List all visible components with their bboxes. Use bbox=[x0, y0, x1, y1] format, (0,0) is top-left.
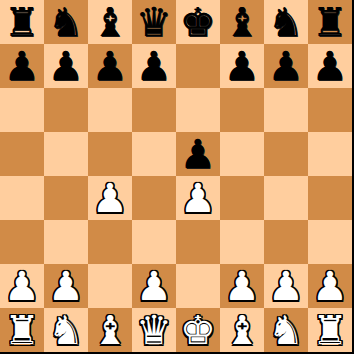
piece-white-pawn-g2: ♟ bbox=[268, 264, 304, 308]
square-f3[interactable] bbox=[220, 220, 264, 264]
square-d7[interactable]: ♟ bbox=[132, 44, 176, 88]
square-f5[interactable] bbox=[220, 132, 264, 176]
square-c1[interactable]: ♝ bbox=[88, 308, 132, 352]
piece-white-pawn-d2: ♟ bbox=[136, 264, 172, 308]
piece-black-pawn-h7: ♟ bbox=[312, 44, 348, 88]
square-f6[interactable] bbox=[220, 88, 264, 132]
square-h4[interactable] bbox=[308, 176, 352, 220]
square-d2[interactable]: ♟ bbox=[132, 264, 176, 308]
piece-white-rook-h1: ♜ bbox=[312, 308, 348, 352]
square-d8[interactable]: ♛ bbox=[132, 0, 176, 44]
piece-white-rook-a1: ♜ bbox=[4, 308, 40, 352]
square-f1[interactable]: ♝ bbox=[220, 308, 264, 352]
square-g6[interactable] bbox=[264, 88, 308, 132]
square-a8[interactable]: ♜ bbox=[0, 0, 44, 44]
square-g4[interactable] bbox=[264, 176, 308, 220]
square-b2[interactable]: ♟ bbox=[44, 264, 88, 308]
square-f4[interactable] bbox=[220, 176, 264, 220]
square-h3[interactable] bbox=[308, 220, 352, 264]
chess-board-frame: ♜♞♝♛♚♝♞♜♟♟♟♟♟♟♟♟♟♟♟♟♟♟♟♟♜♞♝♛♚♝♞♜ bbox=[0, 0, 354, 354]
square-h6[interactable] bbox=[308, 88, 352, 132]
square-f8[interactable]: ♝ bbox=[220, 0, 264, 44]
square-c7[interactable]: ♟ bbox=[88, 44, 132, 88]
square-d5[interactable] bbox=[132, 132, 176, 176]
piece-black-pawn-b7: ♟ bbox=[48, 44, 84, 88]
square-c8[interactable]: ♝ bbox=[88, 0, 132, 44]
square-g7[interactable]: ♟ bbox=[264, 44, 308, 88]
piece-white-knight-b1: ♞ bbox=[48, 308, 84, 352]
piece-white-pawn-f2: ♟ bbox=[224, 264, 260, 308]
piece-white-pawn-h2: ♟ bbox=[312, 264, 348, 308]
piece-black-pawn-f7: ♟ bbox=[224, 44, 260, 88]
square-h1[interactable]: ♜ bbox=[308, 308, 352, 352]
piece-black-rook-h8: ♜ bbox=[312, 0, 348, 44]
square-a7[interactable]: ♟ bbox=[0, 44, 44, 88]
square-e4[interactable]: ♟ bbox=[176, 176, 220, 220]
square-g8[interactable]: ♞ bbox=[264, 0, 308, 44]
piece-white-bishop-c1: ♝ bbox=[92, 308, 128, 352]
square-e3[interactable] bbox=[176, 220, 220, 264]
piece-black-knight-g8: ♞ bbox=[268, 0, 304, 44]
square-a6[interactable] bbox=[0, 88, 44, 132]
piece-white-knight-g1: ♞ bbox=[268, 308, 304, 352]
square-a5[interactable] bbox=[0, 132, 44, 176]
square-e7[interactable] bbox=[176, 44, 220, 88]
piece-black-bishop-f8: ♝ bbox=[224, 0, 260, 44]
square-h7[interactable]: ♟ bbox=[308, 44, 352, 88]
chess-board: ♜♞♝♛♚♝♞♜♟♟♟♟♟♟♟♟♟♟♟♟♟♟♟♟♜♞♝♛♚♝♞♜ bbox=[0, 0, 352, 352]
square-h8[interactable]: ♜ bbox=[308, 0, 352, 44]
square-a2[interactable]: ♟ bbox=[0, 264, 44, 308]
square-c3[interactable] bbox=[88, 220, 132, 264]
piece-black-queen-d8: ♛ bbox=[136, 0, 172, 44]
square-c4[interactable]: ♟ bbox=[88, 176, 132, 220]
square-b3[interactable] bbox=[44, 220, 88, 264]
piece-white-queen-d1: ♛ bbox=[136, 308, 172, 352]
square-e2[interactable] bbox=[176, 264, 220, 308]
piece-black-king-e8: ♚ bbox=[180, 0, 216, 44]
square-c6[interactable] bbox=[88, 88, 132, 132]
square-b7[interactable]: ♟ bbox=[44, 44, 88, 88]
piece-black-pawn-c7: ♟ bbox=[92, 44, 128, 88]
square-e8[interactable]: ♚ bbox=[176, 0, 220, 44]
square-g3[interactable] bbox=[264, 220, 308, 264]
piece-black-rook-a8: ♜ bbox=[4, 0, 40, 44]
square-b1[interactable]: ♞ bbox=[44, 308, 88, 352]
square-e5[interactable]: ♟ bbox=[176, 132, 220, 176]
square-d1[interactable]: ♛ bbox=[132, 308, 176, 352]
piece-white-pawn-c4: ♟ bbox=[92, 176, 128, 220]
square-g5[interactable] bbox=[264, 132, 308, 176]
piece-black-pawn-d7: ♟ bbox=[136, 44, 172, 88]
piece-white-king-e1: ♚ bbox=[180, 308, 216, 352]
square-b8[interactable]: ♞ bbox=[44, 0, 88, 44]
square-g1[interactable]: ♞ bbox=[264, 308, 308, 352]
square-e6[interactable] bbox=[176, 88, 220, 132]
square-a1[interactable]: ♜ bbox=[0, 308, 44, 352]
piece-black-pawn-a7: ♟ bbox=[4, 44, 40, 88]
piece-black-pawn-e5: ♟ bbox=[180, 132, 216, 176]
square-a3[interactable] bbox=[0, 220, 44, 264]
square-e1[interactable]: ♚ bbox=[176, 308, 220, 352]
square-g2[interactable]: ♟ bbox=[264, 264, 308, 308]
square-f7[interactable]: ♟ bbox=[220, 44, 264, 88]
piece-black-bishop-c8: ♝ bbox=[92, 0, 128, 44]
piece-white-bishop-f1: ♝ bbox=[224, 308, 260, 352]
square-c5[interactable] bbox=[88, 132, 132, 176]
square-h5[interactable] bbox=[308, 132, 352, 176]
square-b5[interactable] bbox=[44, 132, 88, 176]
piece-white-pawn-e4: ♟ bbox=[180, 176, 216, 220]
square-b4[interactable] bbox=[44, 176, 88, 220]
piece-white-pawn-b2: ♟ bbox=[48, 264, 84, 308]
square-b6[interactable] bbox=[44, 88, 88, 132]
square-d6[interactable] bbox=[132, 88, 176, 132]
square-d3[interactable] bbox=[132, 220, 176, 264]
square-c2[interactable] bbox=[88, 264, 132, 308]
piece-black-knight-b8: ♞ bbox=[48, 0, 84, 44]
piece-black-pawn-g7: ♟ bbox=[268, 44, 304, 88]
piece-white-pawn-a2: ♟ bbox=[4, 264, 40, 308]
square-d4[interactable] bbox=[132, 176, 176, 220]
square-h2[interactable]: ♟ bbox=[308, 264, 352, 308]
square-a4[interactable] bbox=[0, 176, 44, 220]
square-f2[interactable]: ♟ bbox=[220, 264, 264, 308]
